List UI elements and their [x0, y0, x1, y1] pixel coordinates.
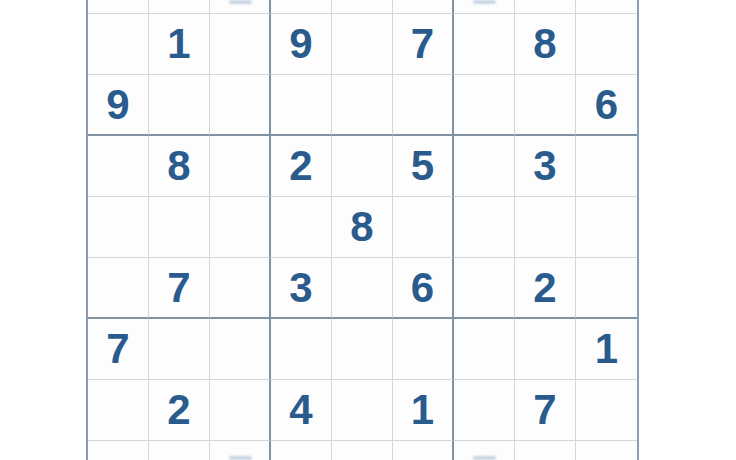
cell-r6c6[interactable]: 6	[393, 258, 454, 319]
cell-r4c9[interactable]	[576, 136, 637, 197]
cropped-digit-tip-r9c7	[473, 456, 496, 460]
cell-r3c7[interactable]	[454, 75, 515, 136]
cell-r2c3[interactable]	[210, 14, 271, 75]
cell-r9c8[interactable]	[515, 441, 576, 460]
cell-r6c5[interactable]	[332, 258, 393, 319]
cell-r4c7[interactable]	[454, 136, 515, 197]
cell-r3c6[interactable]	[393, 75, 454, 136]
cell-r8c6[interactable]: 1	[393, 380, 454, 441]
cell-r1c2[interactable]	[149, 0, 210, 14]
cell-r8c8[interactable]: 7	[515, 380, 576, 441]
cell-r6c7[interactable]	[454, 258, 515, 319]
cell-r1c9[interactable]	[576, 0, 637, 14]
cell-r4c5[interactable]	[332, 136, 393, 197]
cell-r4c8[interactable]: 3	[515, 136, 576, 197]
cell-r7c2[interactable]	[149, 319, 210, 380]
cell-r6c8[interactable]: 2	[515, 258, 576, 319]
cell-r2c5[interactable]	[332, 14, 393, 75]
cell-r7c4[interactable]	[271, 319, 332, 380]
cell-r9c4[interactable]	[271, 441, 332, 460]
cell-r4c4[interactable]: 2	[271, 136, 332, 197]
cell-r2c7[interactable]	[454, 14, 515, 75]
cell-r5c3[interactable]	[210, 197, 271, 258]
cell-r3c5[interactable]	[332, 75, 393, 136]
cropped-digit-tip-r1c7	[473, 0, 496, 4]
cell-r9c2[interactable]	[149, 441, 210, 460]
cell-r1c4[interactable]	[271, 0, 332, 14]
cell-r2c4[interactable]: 9	[271, 14, 332, 75]
cell-r7c8[interactable]	[515, 319, 576, 380]
cell-r8c1[interactable]	[88, 380, 149, 441]
cell-r5c6[interactable]	[393, 197, 454, 258]
cell-r3c2[interactable]	[149, 75, 210, 136]
cell-r1c8[interactable]	[515, 0, 576, 14]
cell-r5c1[interactable]	[88, 197, 149, 258]
cell-r2c9[interactable]	[576, 14, 637, 75]
cell-r1c1[interactable]	[88, 0, 149, 14]
cell-r4c3[interactable]	[210, 136, 271, 197]
cell-r5c9[interactable]	[576, 197, 637, 258]
cell-r6c1[interactable]	[88, 258, 149, 319]
cell-r7c5[interactable]	[332, 319, 393, 380]
cell-r7c7[interactable]	[454, 319, 515, 380]
cell-r5c7[interactable]	[454, 197, 515, 258]
cell-r3c9[interactable]: 6	[576, 75, 637, 136]
cell-r7c3[interactable]	[210, 319, 271, 380]
cell-r2c8[interactable]: 8	[515, 14, 576, 75]
cell-r6c9[interactable]	[576, 258, 637, 319]
cell-r8c7[interactable]	[454, 380, 515, 441]
cell-r2c6[interactable]: 7	[393, 14, 454, 75]
cell-r8c3[interactable]	[210, 380, 271, 441]
cell-r1c5[interactable]	[332, 0, 393, 14]
cell-r4c1[interactable]	[88, 136, 149, 197]
cropped-digit-tip-r1c3	[229, 0, 252, 4]
cell-r7c9[interactable]: 1	[576, 319, 637, 380]
cell-r5c4[interactable]	[271, 197, 332, 258]
cell-r2c2[interactable]: 1	[149, 14, 210, 75]
cell-r4c6[interactable]: 5	[393, 136, 454, 197]
cell-r7c6[interactable]	[393, 319, 454, 380]
cell-r8c9[interactable]	[576, 380, 637, 441]
cell-r7c1[interactable]: 7	[88, 319, 149, 380]
cell-r3c8[interactable]	[515, 75, 576, 136]
cell-r5c5[interactable]: 8	[332, 197, 393, 258]
cell-r5c8[interactable]	[515, 197, 576, 258]
cell-r3c1[interactable]: 9	[88, 75, 149, 136]
cell-r9c1[interactable]	[88, 441, 149, 460]
cell-r4c2[interactable]: 8	[149, 136, 210, 197]
cell-r6c4[interactable]: 3	[271, 258, 332, 319]
cell-r9c5[interactable]	[332, 441, 393, 460]
sudoku-screenshot: 1 9 7 8 9 6 8 2 5 3 8 7	[0, 0, 736, 460]
cell-r5c2[interactable]	[149, 197, 210, 258]
cell-r3c3[interactable]	[210, 75, 271, 136]
cropped-digit-tip-r9c3	[229, 456, 252, 460]
cell-r9c6[interactable]	[393, 441, 454, 460]
cell-r6c3[interactable]	[210, 258, 271, 319]
cell-r8c2[interactable]: 2	[149, 380, 210, 441]
sudoku-board: 1 9 7 8 9 6 8 2 5 3 8 7	[86, 0, 639, 460]
cell-r6c2[interactable]: 7	[149, 258, 210, 319]
cell-r8c4[interactable]: 4	[271, 380, 332, 441]
cell-r8c5[interactable]	[332, 380, 393, 441]
cell-r2c1[interactable]	[88, 14, 149, 75]
cell-r1c6[interactable]	[393, 0, 454, 14]
cell-r9c9[interactable]	[576, 441, 637, 460]
cell-r3c4[interactable]	[271, 75, 332, 136]
